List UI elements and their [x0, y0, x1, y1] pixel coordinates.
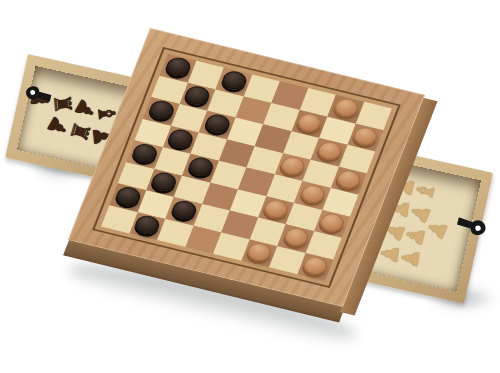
checker-dark[interactable] [133, 213, 163, 236]
board-grid [101, 54, 392, 281]
checker-light[interactable] [314, 139, 344, 162]
checker-dark[interactable] [149, 170, 179, 193]
checker-dark[interactable] [169, 198, 199, 221]
checker-light[interactable] [281, 226, 311, 249]
game-box [68, 28, 425, 307]
checker-dark[interactable] [163, 55, 193, 78]
checker-dark[interactable] [183, 84, 213, 107]
checker-dark[interactable] [113, 185, 143, 208]
latch-hook-icon [451, 207, 490, 243]
checker-light[interactable] [301, 254, 331, 277]
checker-light[interactable] [261, 197, 291, 220]
checker-light[interactable] [295, 111, 325, 134]
checker-light[interactable] [245, 240, 275, 263]
checker-light[interactable] [278, 154, 308, 177]
checker-dark[interactable] [147, 99, 177, 122]
checker-light[interactable] [351, 125, 381, 148]
checker-dark[interactable] [203, 112, 233, 135]
checker-dark[interactable] [130, 142, 160, 165]
checker-light[interactable] [334, 168, 364, 191]
checker-light[interactable] [331, 96, 361, 119]
board-margin [92, 47, 401, 288]
checker-dark[interactable] [186, 155, 216, 178]
stored-chess-piece: ♟ [398, 247, 423, 270]
checker-light[interactable] [317, 211, 347, 234]
checker-dark[interactable] [166, 127, 196, 150]
product-photo-scene: ♟♜♟♝♞♟♜♟ ♟♟♟♟♝♟♟♟♟ [0, 0, 500, 373]
checker-light[interactable] [298, 183, 328, 206]
checker-dark[interactable] [219, 69, 249, 92]
